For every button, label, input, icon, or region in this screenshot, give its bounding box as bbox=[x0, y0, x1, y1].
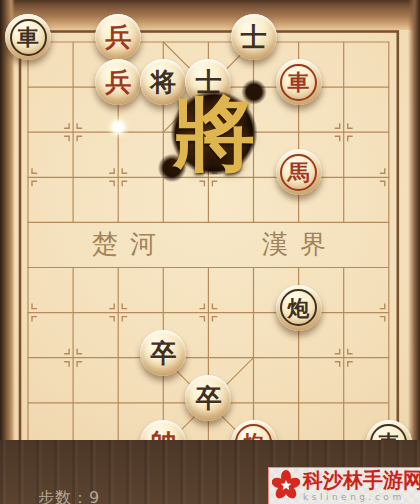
piece-glyph: 車 bbox=[280, 64, 317, 101]
piece-glyph: 兵 bbox=[105, 69, 131, 95]
check-banner: 將 bbox=[159, 79, 269, 187]
flower-icon bbox=[272, 470, 300, 502]
site-domain: kslineng.com bbox=[303, 492, 420, 503]
piece-black-soldier[interactable]: 卒 bbox=[140, 330, 186, 376]
piece-black-cannon[interactable]: 炮 bbox=[276, 285, 322, 331]
piece-glyph: 炮 bbox=[280, 289, 317, 326]
sparkle-icon: ✦ bbox=[106, 115, 130, 139]
piece-red-soldier[interactable]: 兵 bbox=[95, 14, 141, 60]
watermark-text: 科沙林手游网 kslineng.com bbox=[303, 470, 420, 503]
piece-red-horse[interactable]: 馬 bbox=[276, 149, 322, 195]
piece-glyph: 馬 bbox=[280, 154, 317, 191]
piece-glyph: 士 bbox=[241, 24, 267, 50]
piece-glyph: 兵 bbox=[105, 24, 131, 50]
piece-glyph: 卒 bbox=[150, 340, 176, 366]
xiangqi-board[interactable]: 楚河 漢界 車兵士兵将士車馬炮卒卒帥炮車 ✦ 將 bbox=[0, 0, 420, 481]
piece-black-chariot[interactable]: 車 bbox=[5, 14, 51, 60]
river-label-right: 漢界 bbox=[262, 231, 338, 257]
piece-glyph: 車 bbox=[10, 19, 47, 56]
watermark: 科沙林手游网 kslineng.com bbox=[268, 467, 420, 504]
piece-red-soldier[interactable]: 兵 bbox=[95, 59, 141, 105]
step-counter: 步数：9 bbox=[38, 488, 100, 504]
piece-red-chariot[interactable]: 車 bbox=[276, 59, 322, 105]
piece-glyph: 卒 bbox=[195, 385, 221, 411]
piece-black-soldier[interactable]: 卒 bbox=[185, 375, 231, 421]
river-label-left: 楚河 bbox=[92, 231, 168, 257]
check-text: 將 bbox=[173, 92, 255, 174]
site-name: 科沙林手游网 bbox=[303, 470, 420, 491]
piece-black-advisor[interactable]: 士 bbox=[231, 14, 277, 60]
